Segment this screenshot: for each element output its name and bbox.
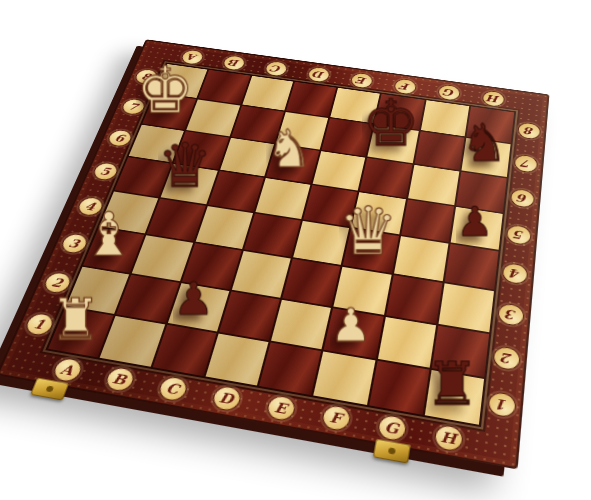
file-label-bottom-a: A (52, 357, 84, 382)
file-label-bottom-g: G (377, 414, 406, 441)
square-d6[interactable]: ♞ (266, 144, 320, 183)
square-c8[interactable] (242, 76, 293, 111)
square-h4[interactable] (445, 244, 499, 290)
file-label-top-b: B (222, 55, 245, 70)
square-h3[interactable] (438, 283, 494, 332)
file-label-bottom-b: B (104, 366, 135, 391)
file-label-bottom-c: C (157, 376, 188, 401)
square-f2[interactable]: ♟ (324, 308, 383, 358)
square-g4[interactable] (393, 236, 448, 281)
square-h7[interactable]: ♞ (461, 138, 510, 177)
square-d2[interactable] (219, 291, 280, 340)
square-d3[interactable] (232, 251, 291, 297)
file-label-top-d: D (307, 66, 330, 82)
file-label-bottom-e: E (266, 395, 296, 421)
white-queen-f4[interactable]: ♛ (338, 198, 397, 264)
square-f4[interactable]: ♛ (343, 228, 399, 273)
file-label-top-h: H (482, 90, 504, 106)
square-b8[interactable] (198, 70, 250, 104)
black-knight-h7[interactable]: ♞ (461, 117, 508, 169)
chess-board: ABCDEFGH ABCDEFGH 87654321 87654321 ♚♚♞♞… (0, 39, 549, 469)
square-h1[interactable]: ♜ (425, 370, 485, 425)
square-f7[interactable]: ♚ (368, 125, 419, 163)
square-g6[interactable] (408, 164, 459, 204)
square-c5[interactable] (208, 171, 264, 212)
square-d5[interactable] (255, 178, 310, 219)
black-pawn-c2[interactable]: ♟ (173, 276, 214, 321)
square-b5[interactable]: ♛ (161, 164, 218, 204)
square-d8[interactable] (286, 82, 336, 117)
file-label-bottom-h: H (434, 424, 463, 451)
rank-label-right-3: 3 (498, 303, 524, 326)
chess-scene: ABCDEFGH ABCDEFGH 87654321 87654321 ♚♚♞♞… (0, 39, 549, 469)
file-label-top-g: G (438, 84, 460, 100)
white-king-a7[interactable]: ♚ (136, 58, 194, 123)
square-g7[interactable] (414, 131, 464, 169)
black-rook-h1[interactable]: ♜ (426, 354, 480, 414)
white-rook-a1[interactable]: ♜ (49, 291, 100, 348)
square-e6[interactable] (313, 151, 366, 191)
photo-canvas: ABCDEFGH ABCDEFGH 87654321 87654321 ♚♚♞♞… (0, 0, 591, 500)
rank-label-left-6: 6 (107, 129, 133, 146)
rank-label-right-1: 1 (488, 391, 515, 417)
black-pawn-h5[interactable]: ♟ (457, 201, 493, 242)
rank-label-right-2: 2 (493, 346, 519, 370)
square-c4[interactable] (195, 206, 253, 249)
square-f1[interactable] (314, 351, 375, 405)
square-d4[interactable] (244, 213, 301, 257)
square-g1[interactable] (369, 360, 429, 414)
black-king-f7[interactable]: ♚ (362, 91, 420, 156)
rank-label-left-5: 5 (92, 162, 119, 180)
rank-label-right-4: 4 (502, 262, 527, 284)
square-e2[interactable] (271, 299, 331, 349)
rank-label-right-5: 5 (506, 224, 530, 244)
square-f6[interactable] (360, 158, 412, 198)
white-pawn-f2[interactable]: ♟ (330, 302, 371, 348)
rank-label-right-7: 7 (514, 154, 537, 172)
file-label-bottom-f: F (321, 404, 350, 430)
square-c2[interactable]: ♟ (167, 283, 229, 332)
file-label-bottom-d: D (211, 385, 241, 411)
square-h5[interactable]: ♟ (450, 207, 502, 250)
black-queen-b5[interactable]: ♛ (158, 135, 213, 196)
square-d1[interactable] (205, 333, 268, 385)
white-bishop-a3[interactable]: ♝ (82, 204, 136, 264)
white-knight-d6[interactable]: ♞ (266, 123, 313, 175)
file-label-top-c: C (264, 61, 287, 77)
square-g3[interactable] (386, 275, 443, 323)
square-g5[interactable] (401, 199, 454, 242)
square-e1[interactable] (259, 342, 321, 395)
rank-label-right-8: 8 (518, 122, 540, 139)
rank-label-right-6: 6 (510, 188, 533, 207)
